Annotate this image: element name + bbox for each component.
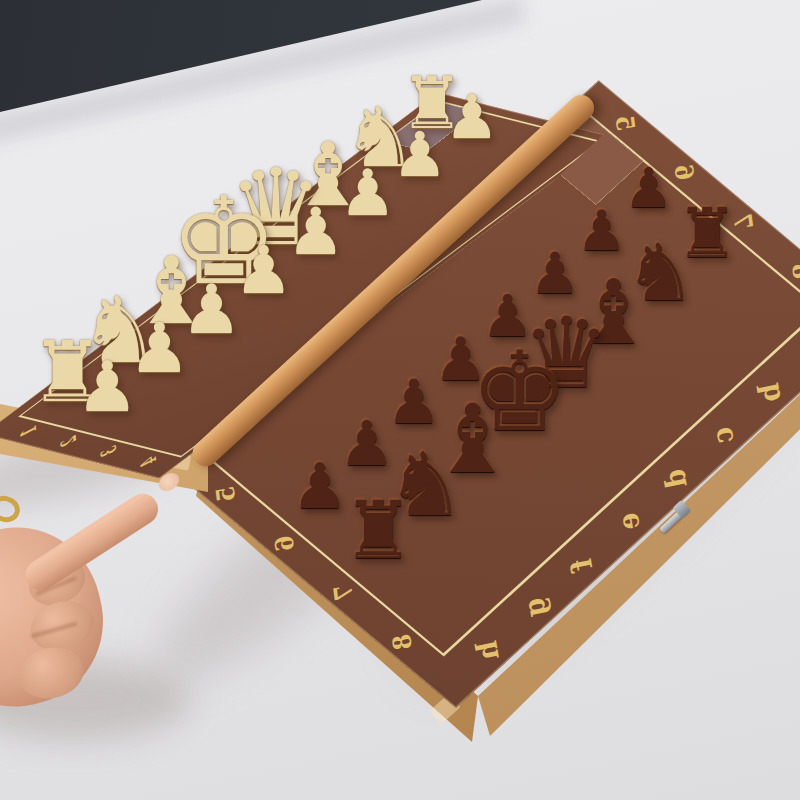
coordinate-label-f: f: [563, 556, 599, 568]
coordinate-label-6: 6: [268, 533, 299, 550]
black-pawn-b6: ♟: [577, 203, 627, 259]
white-pawn-e2: ♟: [234, 238, 293, 304]
product-photo-scene: 55667788abcdefgh 1234 ♜♞♝♛♚♝♞♜♟♟♟♟♟♟♟♟♜♞…: [0, 0, 800, 800]
white-pawn-h2: ♟: [76, 352, 139, 422]
coordinate-label-8: 8: [386, 631, 417, 648]
white-pawn-b2: ♟: [392, 124, 448, 186]
coordinate-label-7: 7: [327, 582, 358, 599]
coordinate-label-d: d: [656, 467, 694, 486]
black-pawn-h6: ♟: [292, 456, 348, 519]
white-pawn-a2: ♟: [445, 85, 500, 146]
coordinate-label-8: 8: [787, 264, 800, 281]
black-rook-h7: ♜: [343, 491, 415, 571]
white-pawn-c2: ♟: [339, 161, 396, 225]
coordinate-label-6: 6: [669, 166, 700, 183]
black-pawn-a6: ♟: [624, 161, 673, 216]
coordinate-label-5: 5: [610, 117, 641, 134]
white-pawn-d2: ♟: [287, 200, 345, 265]
coordinate-label-b: b: [750, 381, 788, 400]
coordinate-label-h: h: [468, 639, 506, 659]
black-pawn-c6: ♟: [529, 246, 580, 303]
coordinate-label-e: e: [609, 511, 646, 528]
coordinate-label-c: c: [703, 425, 740, 442]
coordinate-label-g: g: [515, 596, 553, 615]
